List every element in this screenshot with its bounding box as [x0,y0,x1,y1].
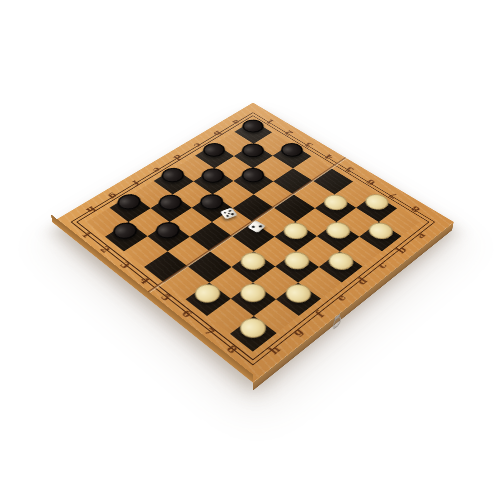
file-label-far-f: f [130,179,140,186]
rank-label-right-7: 7 [387,191,400,199]
rank-label-right-5: 5 [343,166,355,174]
rank-label-right-1: 1 [264,118,276,125]
metal-clasp [332,312,342,330]
rank-label-right-3: 3 [303,141,315,149]
file-label-near-b: b [394,245,408,255]
file-label-near-c: c [375,261,388,270]
file-label-far-b: b [211,129,223,136]
file-label-near-e: e [334,292,348,302]
die-pip [258,225,262,228]
file-label-far-e: e [150,166,162,174]
file-label-far-h: h [84,205,97,214]
file-label-near-f: f [313,310,325,319]
rank-label-right-6: 6 [365,178,377,186]
file-label-near-h: h [267,344,282,356]
die-pip [223,211,227,213]
die-pip [251,226,255,229]
die-pip [225,215,229,218]
die-pip [231,213,235,215]
folding-checkers-board: hh11gg22ff33ee44dd55cc66bb77aa88 [52,103,454,383]
file-label-near-d: d [355,276,369,286]
rank-label-right-2: 2 [283,129,295,136]
product-photo-scene: hh11gg22ff33ee44dd55cc66bb77aa88 [0,0,500,500]
file-label-far-a: a [230,118,241,125]
rank-label-right-8: 8 [409,205,422,214]
file-label-near-g: g [290,326,305,337]
page: { "game": "checkers (draughts) on a fold… [0,0,500,500]
file-label-far-d: d [171,153,183,161]
file-label-far-c: c [192,141,203,148]
rank-label-right-4: 4 [323,153,335,161]
file-label-near-a: a [414,231,427,240]
